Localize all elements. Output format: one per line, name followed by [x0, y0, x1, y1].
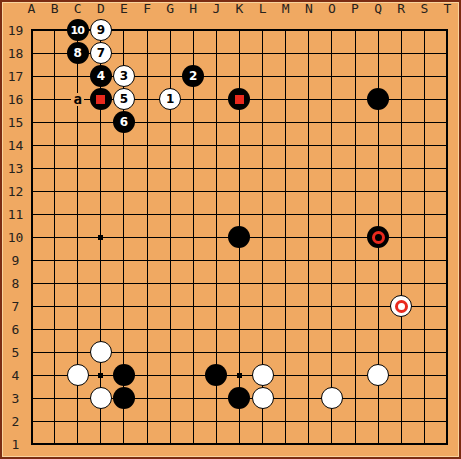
black-stone-K3 — [228, 387, 250, 409]
column-label-B: B — [43, 0, 66, 17]
white-stone-D3 — [90, 387, 112, 409]
move-number-6: 6 — [120, 116, 128, 128]
column-label-R: R — [390, 0, 413, 17]
white-stone-Q4 — [367, 364, 389, 386]
move-number-4: 4 — [97, 70, 105, 82]
column-labels: ABCDEFGHJKLMNOPQRST — [20, 0, 459, 17]
square-marker-icon — [235, 95, 244, 104]
column-label-M: M — [274, 0, 297, 17]
column-label-H: H — [182, 0, 205, 17]
column-label-C: C — [66, 0, 89, 17]
move-number-8: 8 — [74, 47, 82, 59]
square-marker-icon — [96, 95, 105, 104]
black-stone-C18: 8 — [67, 42, 89, 64]
column-label-N: N — [297, 0, 320, 17]
column-label-T: T — [436, 0, 459, 17]
circle-marker-icon — [372, 231, 385, 244]
white-stone-L3 — [252, 387, 274, 409]
white-stone-G16: 1 — [159, 88, 181, 110]
black-stone-H17: 2 — [182, 65, 204, 87]
black-stone-E15: 6 — [113, 111, 135, 133]
move-number-2: 2 — [189, 70, 197, 82]
column-label-S: S — [413, 0, 436, 17]
stones-grid: 10846297351a — [20, 19, 459, 456]
black-stone-J4 — [205, 364, 227, 386]
column-label-A: A — [20, 0, 43, 17]
column-label-F: F — [135, 0, 158, 17]
white-stone-C4 — [67, 364, 89, 386]
black-stone-D16 — [90, 88, 112, 110]
point-label-a: a — [71, 93, 83, 106]
black-stone-Q16 — [367, 88, 389, 110]
column-label-K: K — [228, 0, 251, 17]
move-number-1: 1 — [166, 93, 174, 105]
move-number-5: 5 — [120, 93, 128, 105]
black-stone-K16 — [228, 88, 250, 110]
black-stone-E4 — [113, 364, 135, 386]
white-stone-E17: 3 — [113, 65, 135, 87]
column-label-O: O — [320, 0, 343, 17]
column-label-Q: Q — [367, 0, 390, 17]
black-stone-K10 — [228, 226, 250, 248]
column-label-D: D — [89, 0, 112, 17]
white-stone-D18: 7 — [90, 42, 112, 64]
white-stone-D19: 9 — [90, 19, 112, 41]
column-label-E: E — [112, 0, 135, 17]
column-label-J: J — [205, 0, 228, 17]
move-number-9: 9 — [97, 24, 105, 36]
column-label-G: G — [159, 0, 182, 17]
move-number-7: 7 — [97, 47, 105, 59]
move-number-3: 3 — [120, 70, 128, 82]
white-stone-O3 — [321, 387, 343, 409]
column-label-L: L — [251, 0, 274, 17]
black-stone-C19: 10 — [67, 19, 89, 41]
column-label-P: P — [343, 0, 366, 17]
white-stone-L4 — [252, 364, 274, 386]
black-stone-E3 — [113, 387, 135, 409]
white-stone-R7 — [390, 295, 412, 317]
white-stone-D5 — [90, 341, 112, 363]
star-point-D4 — [98, 373, 103, 378]
star-point-K4 — [237, 373, 242, 378]
circle-marker-icon — [395, 300, 408, 313]
star-point-D10 — [98, 235, 103, 240]
black-stone-D17: 4 — [90, 65, 112, 87]
black-stone-Q10 — [367, 226, 389, 248]
white-stone-E16: 5 — [113, 88, 135, 110]
move-number-10: 10 — [71, 25, 84, 36]
go-board: ABCDEFGHJKLMNOPQRST 19181716151413121110… — [0, 0, 461, 459]
